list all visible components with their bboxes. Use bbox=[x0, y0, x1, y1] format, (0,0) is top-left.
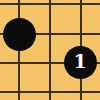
black-stone[interactable] bbox=[3, 18, 36, 51]
grid-line-horizontal-0 bbox=[0, 3, 100, 5]
grid-line-horizontal-3 bbox=[0, 91, 100, 93]
move-number-label: 1 bbox=[73, 52, 86, 71]
go-board[interactable]: 1 bbox=[0, 0, 100, 100]
black-stone-move-1[interactable]: 1 bbox=[64, 46, 97, 79]
grid-line-vertical-1 bbox=[49, 0, 51, 100]
